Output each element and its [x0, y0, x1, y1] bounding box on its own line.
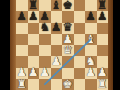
square-e8[interactable]: ♚ [62, 0, 74, 11]
piece-black-pawn[interactable]: ♟ [97, 11, 107, 23]
square-c6[interactable]: ♞ [39, 23, 51, 34]
square-e4[interactable]: ♛ [62, 45, 74, 56]
square-c4[interactable] [39, 45, 51, 56]
square-b1[interactable] [28, 79, 40, 90]
square-d1[interactable] [51, 79, 63, 90]
piece-white-pawn[interactable]: ♟ [28, 67, 38, 79]
square-e3[interactable] [62, 56, 74, 67]
video-letterbox-background: ♜♝♚♜♟♟♟♟♟♞♟♛♟♝♛♟♞♟♟♟♟♟♜♚♜ [0, 0, 120, 90]
piece-white-king[interactable]: ♚ [63, 78, 73, 90]
piece-black-bishop[interactable]: ♝ [51, 0, 61, 11]
square-f3[interactable] [74, 56, 86, 67]
piece-white-pawn[interactable]: ♟ [40, 67, 50, 79]
square-f5[interactable] [74, 34, 86, 45]
square-a5[interactable] [16, 34, 28, 45]
piece-white-bishop[interactable]: ♝ [86, 33, 96, 45]
piece-white-rook[interactable]: ♜ [97, 78, 107, 90]
square-h4[interactable] [97, 45, 109, 56]
square-a7[interactable]: ♟ [16, 11, 28, 22]
piece-white-queen[interactable]: ♛ [63, 44, 73, 56]
square-b5[interactable] [28, 34, 40, 45]
piece-black-pawn[interactable]: ♟ [28, 11, 38, 23]
square-d3[interactable]: ♟ [51, 56, 63, 67]
piece-white-pawn[interactable]: ♟ [51, 56, 61, 68]
piece-black-knight[interactable]: ♞ [40, 22, 50, 34]
piece-black-pawn[interactable]: ♟ [51, 22, 61, 34]
square-d2[interactable] [51, 68, 63, 79]
square-a1[interactable]: ♜ [16, 79, 28, 90]
square-g2[interactable]: ♟ [85, 68, 97, 79]
square-a4[interactable] [16, 45, 28, 56]
square-c2[interactable]: ♟ [39, 68, 51, 79]
square-c5[interactable] [39, 34, 51, 45]
square-d6[interactable]: ♟ [51, 23, 63, 34]
square-h7[interactable]: ♟ [97, 11, 109, 22]
square-g5[interactable]: ♝ [85, 34, 97, 45]
piece-black-pawn[interactable]: ♟ [17, 11, 27, 23]
square-h1[interactable]: ♜ [97, 79, 109, 90]
square-d5[interactable] [51, 34, 63, 45]
piece-white-rook[interactable]: ♜ [17, 78, 27, 90]
square-f4[interactable] [74, 45, 86, 56]
square-b2[interactable]: ♟ [28, 68, 40, 79]
piece-black-pawn[interactable]: ♟ [86, 11, 96, 23]
piece-white-pawn[interactable]: ♟ [86, 67, 96, 79]
square-f2[interactable] [74, 68, 86, 79]
square-d8[interactable]: ♝ [51, 0, 63, 11]
chess-board[interactable]: ♜♝♚♜♟♟♟♟♟♞♟♛♟♝♛♟♞♟♟♟♟♟♜♚♜ [16, 0, 108, 90]
square-e1[interactable]: ♚ [62, 79, 74, 90]
square-b6[interactable] [28, 23, 40, 34]
square-g1[interactable] [85, 79, 97, 90]
square-c1[interactable] [39, 79, 51, 90]
square-h5[interactable] [97, 34, 109, 45]
square-h6[interactable] [97, 23, 109, 34]
square-b7[interactable]: ♟ [28, 11, 40, 22]
square-a6[interactable] [16, 23, 28, 34]
square-f7[interactable] [74, 11, 86, 22]
square-f6[interactable] [74, 23, 86, 34]
square-b4[interactable] [28, 45, 40, 56]
square-g7[interactable]: ♟ [85, 11, 97, 22]
square-f8[interactable] [74, 0, 86, 11]
piece-black-king[interactable]: ♚ [63, 0, 73, 11]
square-f1[interactable] [74, 79, 86, 90]
